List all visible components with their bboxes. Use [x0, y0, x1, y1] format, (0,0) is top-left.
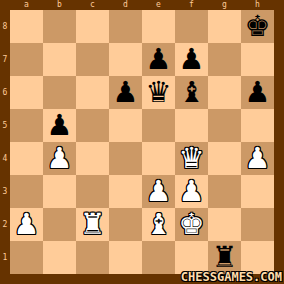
- square-h6[interactable]: ♟: [241, 76, 274, 109]
- square-c5[interactable]: [76, 109, 109, 142]
- board: ♚♟♟♟♛♝♟♟♟♛♟♟♟♟♜♝♚♜: [10, 10, 274, 274]
- square-b4[interactable]: ♟: [43, 142, 76, 175]
- square-e5[interactable]: [142, 109, 175, 142]
- file-labels: abcdefgh: [10, 0, 274, 10]
- square-d4[interactable]: [109, 142, 142, 175]
- square-a8[interactable]: [10, 10, 43, 43]
- square-f3[interactable]: ♟: [175, 175, 208, 208]
- white-pawn[interactable]: ♟: [43, 142, 76, 175]
- file-label-a: a: [10, 0, 43, 10]
- square-a5[interactable]: [10, 109, 43, 142]
- file-label-c: c: [76, 0, 109, 10]
- square-a2[interactable]: ♟: [10, 208, 43, 241]
- rank-label-6: 6: [0, 76, 10, 109]
- white-rook[interactable]: ♜: [76, 208, 109, 241]
- square-a4[interactable]: [10, 142, 43, 175]
- square-a6[interactable]: [10, 76, 43, 109]
- square-e7[interactable]: ♟: [142, 43, 175, 76]
- black-pawn[interactable]: ♟: [43, 109, 76, 142]
- white-pawn[interactable]: ♟: [241, 142, 274, 175]
- square-c8[interactable]: [76, 10, 109, 43]
- square-e6[interactable]: ♛: [142, 76, 175, 109]
- square-h3[interactable]: [241, 175, 274, 208]
- square-b7[interactable]: [43, 43, 76, 76]
- square-b5[interactable]: ♟: [43, 109, 76, 142]
- square-d2[interactable]: [109, 208, 142, 241]
- black-bishop[interactable]: ♝: [175, 76, 208, 109]
- rank-label-4: 4: [0, 142, 10, 175]
- black-pawn[interactable]: ♟: [175, 43, 208, 76]
- square-g5[interactable]: [208, 109, 241, 142]
- chessgames-watermark: CHESSGAMES.COM: [181, 270, 282, 284]
- square-d3[interactable]: [109, 175, 142, 208]
- rank-label-3: 3: [0, 175, 10, 208]
- square-a7[interactable]: [10, 43, 43, 76]
- square-h4[interactable]: ♟: [241, 142, 274, 175]
- square-g4[interactable]: [208, 142, 241, 175]
- chess-diagram: abcdefgh 87654321 ♚♟♟♟♛♝♟♟♟♛♟♟♟♟♜♝♚♜ CHE…: [0, 0, 284, 284]
- square-h8[interactable]: ♚: [241, 10, 274, 43]
- white-queen[interactable]: ♛: [175, 142, 208, 175]
- square-g6[interactable]: [208, 76, 241, 109]
- black-pawn[interactable]: ♟: [142, 43, 175, 76]
- white-bishop[interactable]: ♝: [142, 208, 175, 241]
- square-d6[interactable]: ♟: [109, 76, 142, 109]
- square-c6[interactable]: [76, 76, 109, 109]
- rank-label-1: 1: [0, 241, 10, 274]
- black-pawn[interactable]: ♟: [241, 76, 274, 109]
- square-f7[interactable]: ♟: [175, 43, 208, 76]
- square-f4[interactable]: ♛: [175, 142, 208, 175]
- rank-labels: 87654321: [0, 10, 10, 274]
- white-pawn[interactable]: ♟: [142, 175, 175, 208]
- rank-label-5: 5: [0, 109, 10, 142]
- rank-label-7: 7: [0, 43, 10, 76]
- square-g7[interactable]: [208, 43, 241, 76]
- file-label-b: b: [43, 0, 76, 10]
- square-g2[interactable]: [208, 208, 241, 241]
- square-c7[interactable]: [76, 43, 109, 76]
- square-d1[interactable]: [109, 241, 142, 274]
- square-d8[interactable]: [109, 10, 142, 43]
- file-label-f: f: [175, 0, 208, 10]
- square-b8[interactable]: [43, 10, 76, 43]
- square-f8[interactable]: [175, 10, 208, 43]
- square-d5[interactable]: [109, 109, 142, 142]
- square-c3[interactable]: [76, 175, 109, 208]
- square-g3[interactable]: [208, 175, 241, 208]
- white-pawn[interactable]: ♟: [10, 208, 43, 241]
- rank-label-2: 2: [0, 208, 10, 241]
- square-e8[interactable]: [142, 10, 175, 43]
- square-c2[interactable]: ♜: [76, 208, 109, 241]
- square-e4[interactable]: [142, 142, 175, 175]
- square-b6[interactable]: [43, 76, 76, 109]
- square-h7[interactable]: [241, 43, 274, 76]
- square-a1[interactable]: [10, 241, 43, 274]
- file-label-g: g: [208, 0, 241, 10]
- square-a3[interactable]: [10, 175, 43, 208]
- square-h2[interactable]: [241, 208, 274, 241]
- black-queen[interactable]: ♛: [142, 76, 175, 109]
- white-pawn[interactable]: ♟: [175, 175, 208, 208]
- square-f2[interactable]: ♚: [175, 208, 208, 241]
- square-b1[interactable]: [43, 241, 76, 274]
- square-e3[interactable]: ♟: [142, 175, 175, 208]
- square-e1[interactable]: [142, 241, 175, 274]
- file-label-d: d: [109, 0, 142, 10]
- rank-label-8: 8: [0, 10, 10, 43]
- square-h5[interactable]: [241, 109, 274, 142]
- square-c1[interactable]: [76, 241, 109, 274]
- white-king[interactable]: ♚: [175, 208, 208, 241]
- square-e2[interactable]: ♝: [142, 208, 175, 241]
- square-b2[interactable]: [43, 208, 76, 241]
- square-d7[interactable]: [109, 43, 142, 76]
- square-b3[interactable]: [43, 175, 76, 208]
- square-f6[interactable]: ♝: [175, 76, 208, 109]
- square-f5[interactable]: [175, 109, 208, 142]
- file-label-e: e: [142, 0, 175, 10]
- square-g8[interactable]: [208, 10, 241, 43]
- black-king[interactable]: ♚: [241, 10, 274, 43]
- square-c4[interactable]: [76, 142, 109, 175]
- black-pawn[interactable]: ♟: [109, 76, 142, 109]
